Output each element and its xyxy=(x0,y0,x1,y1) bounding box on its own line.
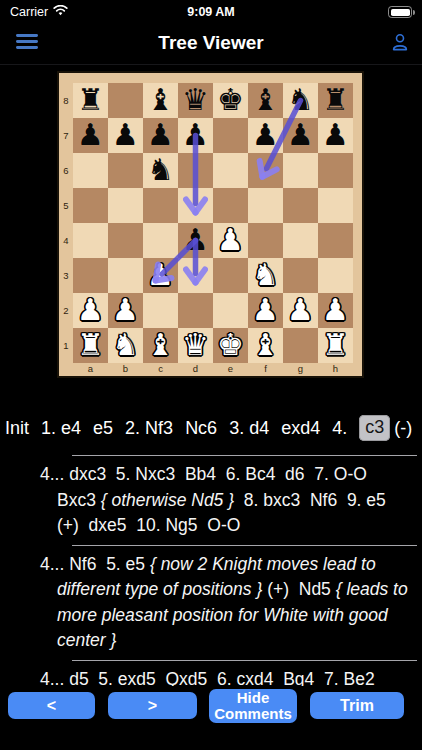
square-g4[interactable] xyxy=(283,223,318,258)
white-queen-d1[interactable]: ♛ xyxy=(178,328,213,363)
move-token[interactable]: 4. xyxy=(332,418,347,439)
variation-moves: 4... Nf6 5. e5 xyxy=(40,554,150,574)
white-king-e1[interactable]: ♚ xyxy=(213,328,248,363)
rank-label-5: 5 xyxy=(59,188,73,223)
status-bar: Carrier 9:09 AM xyxy=(0,0,422,24)
rank-label-8: 8 xyxy=(59,83,73,118)
variation-2[interactable]: 4... Nf6 5. e5 { now 2 Knight moves lead… xyxy=(0,545,422,660)
next-move-button[interactable]: > xyxy=(108,692,197,719)
square-h3[interactable] xyxy=(318,258,353,293)
comment-text: { otherwise Nd5 } xyxy=(101,490,234,510)
chess-board[interactable]: ♜♝♛♚♝♞♜♟♟♟♟♟♟♟♞♟♟♟♞♟♟♟♟♟♜♞♝♛♚♝♜ 87654321… xyxy=(57,71,364,378)
square-a3[interactable] xyxy=(73,258,108,293)
black-pawn-a7[interactable]: ♟ xyxy=(73,118,108,153)
black-rook-h8[interactable]: ♜ xyxy=(318,83,353,118)
move-token[interactable]: Nc6 xyxy=(185,418,217,439)
file-label-g: g xyxy=(283,363,318,376)
black-knight-g8[interactable]: ♞ xyxy=(283,83,318,118)
black-pawn-g7[interactable]: ♟ xyxy=(283,118,318,153)
white-bishop-c1[interactable]: ♝ xyxy=(143,328,178,363)
file-label-c: c xyxy=(143,363,178,376)
black-pawn-d7[interactable]: ♟ xyxy=(178,118,213,153)
move-token[interactable]: Init xyxy=(5,418,29,439)
square-e2[interactable] xyxy=(213,293,248,328)
square-f6[interactable] xyxy=(248,153,283,188)
button-bar: < > Hide Comments Trim xyxy=(0,686,422,750)
square-a6[interactable] xyxy=(73,153,108,188)
battery-icon xyxy=(388,6,412,18)
white-pawn-f2[interactable]: ♟ xyxy=(248,293,283,328)
rank-label-1: 1 xyxy=(59,328,73,363)
black-queen-d8[interactable]: ♛ xyxy=(178,83,213,118)
time-label: 9:09 AM xyxy=(0,5,422,19)
variation-1[interactable]: 4... dxc3 5. Nxc3 Bb4 6. Bc4 d6 7. O-O B… xyxy=(0,455,422,545)
rank-label-4: 4 xyxy=(59,223,73,258)
square-f5[interactable] xyxy=(248,188,283,223)
black-knight-c6[interactable]: ♞ xyxy=(143,153,178,188)
hide-comments-button[interactable]: Hide Comments xyxy=(209,689,297,723)
square-b4[interactable] xyxy=(108,223,143,258)
variation-moves: (+) Nd5 xyxy=(262,579,335,599)
square-d2[interactable] xyxy=(178,293,213,328)
move-token[interactable]: 3. d4 xyxy=(229,418,269,439)
black-pawn-d4[interactable]: ♟ xyxy=(178,223,213,258)
black-bishop-f8[interactable]: ♝ xyxy=(248,83,283,118)
square-g3[interactable] xyxy=(283,258,318,293)
white-rook-h1[interactable]: ♜ xyxy=(318,328,353,363)
move-token[interactable]: 2. Nf3 xyxy=(125,418,173,439)
app-screen: Carrier 9:09 AM Tree Viewer ♜♝♛♚♝♞♜♟♟♟♟♟… xyxy=(0,0,422,750)
square-b5[interactable] xyxy=(108,188,143,223)
black-pawn-h7[interactable]: ♟ xyxy=(318,118,353,153)
white-pawn-c3[interactable]: ♟ xyxy=(143,258,178,293)
square-a5[interactable] xyxy=(73,188,108,223)
rank-label-6: 6 xyxy=(59,153,73,188)
square-b8[interactable] xyxy=(108,83,143,118)
black-king-e8[interactable]: ♚ xyxy=(213,83,248,118)
board-grid: ♜♝♛♚♝♞♜♟♟♟♟♟♟♟♞♟♟♟♞♟♟♟♟♟♜♞♝♛♚♝♜ xyxy=(73,83,353,363)
square-b3[interactable] xyxy=(108,258,143,293)
square-h6[interactable] xyxy=(318,153,353,188)
square-e6[interactable] xyxy=(213,153,248,188)
black-bishop-c8[interactable]: ♝ xyxy=(143,83,178,118)
file-label-h: h xyxy=(318,363,353,376)
person-icon xyxy=(390,32,410,52)
prev-move-button[interactable]: < xyxy=(8,692,95,719)
square-g5[interactable] xyxy=(283,188,318,223)
black-rook-a8[interactable]: ♜ xyxy=(73,83,108,118)
file-label-e: e xyxy=(213,363,248,376)
profile-button[interactable] xyxy=(390,32,410,56)
move-token[interactable]: e5 xyxy=(93,418,113,439)
file-label-f: f xyxy=(248,363,283,376)
page-title: Tree Viewer xyxy=(0,32,422,54)
file-label-b: b xyxy=(108,363,143,376)
collapse-indicator[interactable]: (-) xyxy=(394,418,412,439)
white-bishop-f1[interactable]: ♝ xyxy=(248,328,283,363)
square-e5[interactable] xyxy=(213,188,248,223)
variations-list: 4... dxc3 5. Nxc3 Bb4 6. Bc4 d6 7. O-O B… xyxy=(0,455,422,686)
square-c2[interactable] xyxy=(143,293,178,328)
white-pawn-a2[interactable]: ♟ xyxy=(73,293,108,328)
white-rook-a1[interactable]: ♜ xyxy=(73,328,108,363)
file-label-d: d xyxy=(178,363,213,376)
white-pawn-b2[interactable]: ♟ xyxy=(108,293,143,328)
black-pawn-f7[interactable]: ♟ xyxy=(248,118,283,153)
white-knight-f3[interactable]: ♞ xyxy=(248,258,283,293)
current-move-chip[interactable]: c3 xyxy=(359,415,390,441)
square-a4[interactable] xyxy=(73,223,108,258)
black-pawn-c7[interactable]: ♟ xyxy=(143,118,178,153)
square-b6[interactable] xyxy=(108,153,143,188)
square-c4[interactable] xyxy=(143,223,178,258)
square-d3[interactable] xyxy=(178,258,213,293)
square-f4[interactable] xyxy=(248,223,283,258)
white-knight-b1[interactable]: ♞ xyxy=(108,328,143,363)
white-pawn-g2[interactable]: ♟ xyxy=(283,293,318,328)
rank-label-7: 7 xyxy=(59,118,73,153)
square-g1[interactable] xyxy=(283,328,318,363)
square-g6[interactable] xyxy=(283,153,318,188)
rank-label-2: 2 xyxy=(59,293,73,328)
mainline-move-list: Init1. e4e52. Nf3Nc63. d4exd44.c3(-) xyxy=(0,412,422,444)
square-d5[interactable] xyxy=(178,188,213,223)
nav-bar: Tree Viewer xyxy=(0,24,422,65)
move-token[interactable]: 1. e4 xyxy=(41,418,81,439)
file-label-a: a xyxy=(73,363,108,376)
variation-3[interactable]: 4... d5 5. exd5 Qxd5 6. cxd4 Bg4 7. Be2 … xyxy=(0,660,422,687)
square-h4[interactable] xyxy=(318,223,353,258)
square-h5[interactable] xyxy=(318,188,353,223)
square-e3[interactable] xyxy=(213,258,248,293)
trim-button[interactable]: Trim xyxy=(310,692,404,719)
variation-moves: 4... d5 5. exd5 Qxd5 6. cxd4 Bg4 7. Be2 … xyxy=(40,669,384,687)
rank-label-3: 3 xyxy=(59,258,73,293)
square-e7[interactable] xyxy=(213,118,248,153)
black-pawn-b7[interactable]: ♟ xyxy=(108,118,143,153)
white-pawn-h2[interactable]: ♟ xyxy=(318,293,353,328)
white-pawn-e4[interactable]: ♟ xyxy=(213,223,248,258)
square-c5[interactable] xyxy=(143,188,178,223)
move-token[interactable]: exd4 xyxy=(281,418,320,439)
square-d6[interactable] xyxy=(178,153,213,188)
